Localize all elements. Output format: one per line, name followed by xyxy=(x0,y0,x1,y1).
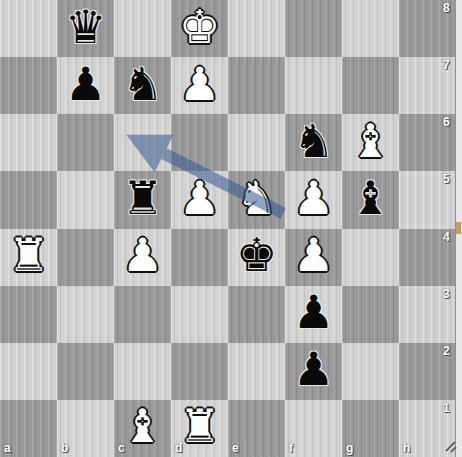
black-rook[interactable]: ♜ xyxy=(122,175,163,221)
square-b7[interactable]: ♟ xyxy=(57,57,114,114)
square-d1[interactable]: ♜ xyxy=(171,400,228,457)
square-f4[interactable]: ♟ xyxy=(285,229,342,286)
square-a3[interactable] xyxy=(0,286,57,343)
white-pawn[interactable]: ♟ xyxy=(293,232,334,278)
square-c8[interactable] xyxy=(114,0,171,57)
white-rook[interactable]: ♜ xyxy=(8,232,49,278)
chess-app-window: ♛♚♟♞♟♞♝♜♟♞♟♝♜♟♚♟♟♟♝♜ abcdefgh87654321 xyxy=(0,0,462,457)
black-knight[interactable]: ♞ xyxy=(122,61,163,107)
square-a8[interactable] xyxy=(0,0,57,57)
black-pawn[interactable]: ♟ xyxy=(293,346,334,392)
square-b6[interactable] xyxy=(57,114,114,171)
white-bishop[interactable]: ♝ xyxy=(350,118,391,164)
square-g4[interactable] xyxy=(342,229,399,286)
square-f2[interactable]: ♟ xyxy=(285,343,342,400)
square-h5[interactable] xyxy=(399,171,456,228)
black-pawn[interactable]: ♟ xyxy=(65,61,106,107)
square-d4[interactable] xyxy=(171,229,228,286)
scrollbar-marker xyxy=(456,222,461,234)
square-h7[interactable] xyxy=(399,57,456,114)
square-d5[interactable]: ♟ xyxy=(171,171,228,228)
black-queen[interactable]: ♛ xyxy=(65,4,106,50)
square-d8[interactable]: ♚ xyxy=(171,0,228,57)
square-b5[interactable] xyxy=(57,171,114,228)
chess-board[interactable]: ♛♚♟♞♟♞♝♜♟♞♟♝♜♟♚♟♟♟♝♜ xyxy=(0,0,456,457)
square-d3[interactable] xyxy=(171,286,228,343)
square-h2[interactable] xyxy=(399,343,456,400)
square-c2[interactable] xyxy=(114,343,171,400)
white-pawn[interactable]: ♟ xyxy=(293,175,334,221)
black-knight[interactable]: ♞ xyxy=(293,118,334,164)
square-f5[interactable]: ♟ xyxy=(285,171,342,228)
square-e5[interactable]: ♞ xyxy=(228,171,285,228)
square-b1[interactable] xyxy=(57,400,114,457)
white-pawn[interactable]: ♟ xyxy=(122,232,163,278)
square-a7[interactable] xyxy=(0,57,57,114)
white-pawn[interactable]: ♟ xyxy=(179,175,220,221)
square-e6[interactable] xyxy=(228,114,285,171)
white-king[interactable]: ♚ xyxy=(179,4,220,50)
black-pawn[interactable]: ♟ xyxy=(293,289,334,335)
square-e3[interactable] xyxy=(228,286,285,343)
square-e1[interactable] xyxy=(228,400,285,457)
square-e4[interactable]: ♚ xyxy=(228,229,285,286)
scrollbar-track[interactable] xyxy=(455,0,462,457)
square-d6[interactable] xyxy=(171,114,228,171)
white-rook[interactable]: ♜ xyxy=(179,403,220,449)
square-c4[interactable]: ♟ xyxy=(114,229,171,286)
board-area: ♛♚♟♞♟♞♝♜♟♞♟♝♜♟♚♟♟♟♝♜ abcdefgh87654321 xyxy=(0,0,456,457)
resize-grip-icon[interactable] xyxy=(444,440,458,454)
square-b4[interactable] xyxy=(57,229,114,286)
square-b2[interactable] xyxy=(57,343,114,400)
square-c1[interactable]: ♝ xyxy=(114,400,171,457)
black-bishop[interactable]: ♝ xyxy=(350,175,391,221)
square-g6[interactable]: ♝ xyxy=(342,114,399,171)
square-a5[interactable] xyxy=(0,171,57,228)
square-h8[interactable] xyxy=(399,0,456,57)
square-g2[interactable] xyxy=(342,343,399,400)
square-b3[interactable] xyxy=(57,286,114,343)
square-g8[interactable] xyxy=(342,0,399,57)
square-f6[interactable]: ♞ xyxy=(285,114,342,171)
square-g1[interactable] xyxy=(342,400,399,457)
white-knight[interactable]: ♞ xyxy=(236,175,277,221)
square-g5[interactable]: ♝ xyxy=(342,171,399,228)
square-f1[interactable] xyxy=(285,400,342,457)
square-b8[interactable]: ♛ xyxy=(57,0,114,57)
square-a1[interactable] xyxy=(0,400,57,457)
square-f8[interactable] xyxy=(285,0,342,57)
white-bishop[interactable]: ♝ xyxy=(122,403,163,449)
square-a4[interactable]: ♜ xyxy=(0,229,57,286)
square-h4[interactable] xyxy=(399,229,456,286)
square-c6[interactable] xyxy=(114,114,171,171)
white-pawn[interactable]: ♟ xyxy=(179,61,220,107)
square-a2[interactable] xyxy=(0,343,57,400)
black-king[interactable]: ♚ xyxy=(236,232,277,278)
square-e2[interactable] xyxy=(228,343,285,400)
square-g3[interactable] xyxy=(342,286,399,343)
square-h3[interactable] xyxy=(399,286,456,343)
square-c5[interactable]: ♜ xyxy=(114,171,171,228)
square-c7[interactable]: ♞ xyxy=(114,57,171,114)
square-a6[interactable] xyxy=(0,114,57,171)
square-d2[interactable] xyxy=(171,343,228,400)
square-c3[interactable] xyxy=(114,286,171,343)
square-e8[interactable] xyxy=(228,0,285,57)
square-h6[interactable] xyxy=(399,114,456,171)
square-f3[interactable]: ♟ xyxy=(285,286,342,343)
square-d7[interactable]: ♟ xyxy=(171,57,228,114)
square-e7[interactable] xyxy=(228,57,285,114)
square-f7[interactable] xyxy=(285,57,342,114)
square-g7[interactable] xyxy=(342,57,399,114)
